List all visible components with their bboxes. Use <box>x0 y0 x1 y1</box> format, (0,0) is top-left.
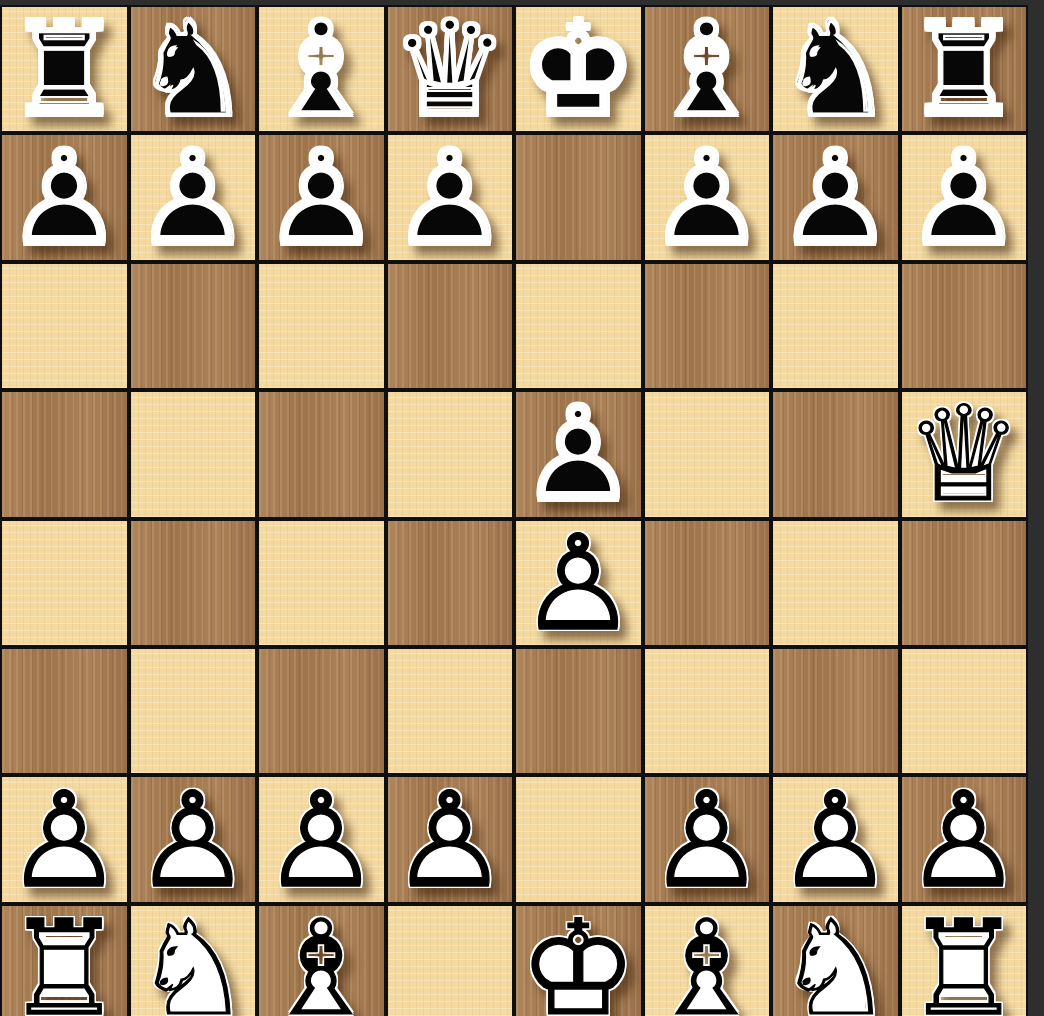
square-d4[interactable] <box>386 519 515 647</box>
piece-black-rook[interactable]: ♜♖ <box>902 7 1027 131</box>
piece-white-pawn[interactable]: ♟♙ <box>902 777 1027 901</box>
square-d3[interactable] <box>386 647 515 775</box>
square-e8[interactable]: ♚♔ <box>514 5 643 133</box>
square-b3[interactable] <box>129 647 258 775</box>
piece-black-queen[interactable]: ♛♕ <box>388 7 513 131</box>
square-e3[interactable] <box>514 647 643 775</box>
white-pawn-detail-icon: ♙ <box>131 777 256 901</box>
square-c3[interactable] <box>257 647 386 775</box>
square-f5[interactable] <box>643 390 772 518</box>
white-pawn-detail-icon: ♙ <box>902 777 1027 901</box>
white-rook-detail-icon: ♖ <box>902 906 1027 1016</box>
square-d5[interactable] <box>386 390 515 518</box>
black-queen-detail-icon: ♕ <box>388 7 513 131</box>
piece-white-queen[interactable]: ♛♕ <box>902 392 1027 516</box>
square-e2[interactable] <box>514 775 643 903</box>
piece-white-rook[interactable]: ♜♖ <box>2 906 127 1016</box>
piece-black-bishop[interactable]: ♝♗ <box>259 7 384 131</box>
black-pawn-detail-icon: ♙ <box>259 135 384 259</box>
black-pawn-detail-icon: ♙ <box>388 135 513 259</box>
square-a2[interactable]: ♟♙ <box>0 775 129 903</box>
square-h4[interactable] <box>900 519 1029 647</box>
white-pawn-detail-icon: ♙ <box>516 521 641 645</box>
white-king-detail-icon: ♔ <box>516 906 641 1016</box>
piece-black-pawn[interactable]: ♟♙ <box>388 135 513 259</box>
square-g6[interactable] <box>771 262 900 390</box>
square-h7[interactable]: ♟♙ <box>900 133 1029 261</box>
square-b5[interactable] <box>129 390 258 518</box>
piece-white-pawn[interactable]: ♟♙ <box>259 777 384 901</box>
square-c4[interactable] <box>257 519 386 647</box>
square-a7[interactable]: ♟♙ <box>0 133 129 261</box>
square-f4[interactable] <box>643 519 772 647</box>
square-h5[interactable]: ♛♕ <box>900 390 1029 518</box>
square-c5[interactable] <box>257 390 386 518</box>
square-g4[interactable] <box>771 519 900 647</box>
piece-black-pawn[interactable]: ♟♙ <box>773 135 898 259</box>
chess-board: ♜♖♞♘♝♗♛♕♚♔♝♗♞♘♜♖♟♙♟♙♟♙♟♙♟♙♟♙♟♙♟♙♛♕♟♙♟♙♟♙… <box>0 5 1028 1016</box>
square-e7[interactable] <box>514 133 643 261</box>
piece-black-pawn[interactable]: ♟♙ <box>645 135 770 259</box>
square-e1[interactable]: ♚♔ <box>514 904 643 1016</box>
square-b8[interactable]: ♞♘ <box>129 5 258 133</box>
square-g1[interactable]: ♞♘ <box>771 904 900 1016</box>
piece-white-king[interactable]: ♚♔ <box>516 906 641 1016</box>
piece-black-king[interactable]: ♚♔ <box>516 7 641 131</box>
square-a8[interactable]: ♜♖ <box>0 5 129 133</box>
square-g3[interactable] <box>771 647 900 775</box>
piece-black-knight[interactable]: ♞♘ <box>773 7 898 131</box>
piece-black-pawn[interactable]: ♟♙ <box>2 135 127 259</box>
piece-white-rook[interactable]: ♜♖ <box>902 906 1027 1016</box>
piece-black-pawn[interactable]: ♟♙ <box>131 135 256 259</box>
white-knight-detail-icon: ♘ <box>773 906 898 1016</box>
square-h6[interactable] <box>900 262 1029 390</box>
piece-white-pawn[interactable]: ♟♙ <box>773 777 898 901</box>
piece-white-pawn[interactable]: ♟♙ <box>131 777 256 901</box>
piece-white-pawn[interactable]: ♟♙ <box>2 777 127 901</box>
piece-white-pawn[interactable]: ♟♙ <box>388 777 513 901</box>
white-pawn-detail-icon: ♙ <box>2 777 127 901</box>
piece-black-pawn[interactable]: ♟♙ <box>516 392 641 516</box>
piece-white-knight[interactable]: ♞♘ <box>131 906 256 1016</box>
square-c7[interactable]: ♟♙ <box>257 133 386 261</box>
chess-app-frame: ♜♖♞♘♝♗♛♕♚♔♝♗♞♘♜♖♟♙♟♙♟♙♟♙♟♙♟♙♟♙♟♙♛♕♟♙♟♙♟♙… <box>0 0 1044 1016</box>
piece-black-pawn[interactable]: ♟♙ <box>259 135 384 259</box>
black-pawn-detail-icon: ♙ <box>131 135 256 259</box>
square-c2[interactable]: ♟♙ <box>257 775 386 903</box>
square-a4[interactable] <box>0 519 129 647</box>
white-pawn-detail-icon: ♙ <box>773 777 898 901</box>
square-a1[interactable]: ♜♖ <box>0 904 129 1016</box>
square-d6[interactable] <box>386 262 515 390</box>
black-knight-detail-icon: ♘ <box>773 7 898 131</box>
piece-white-bishop[interactable]: ♝♗ <box>645 906 770 1016</box>
square-d1[interactable] <box>386 904 515 1016</box>
piece-white-bishop[interactable]: ♝♗ <box>259 906 384 1016</box>
white-rook-detail-icon: ♖ <box>2 906 127 1016</box>
black-pawn-detail-icon: ♙ <box>516 392 641 516</box>
square-a6[interactable] <box>0 262 129 390</box>
piece-black-pawn[interactable]: ♟♙ <box>902 135 1027 259</box>
square-d2[interactable]: ♟♙ <box>386 775 515 903</box>
piece-black-knight[interactable]: ♞♘ <box>131 7 256 131</box>
piece-white-pawn[interactable]: ♟♙ <box>516 521 641 645</box>
square-f2[interactable]: ♟♙ <box>643 775 772 903</box>
square-b6[interactable] <box>129 262 258 390</box>
black-rook-detail-icon: ♖ <box>2 7 127 131</box>
black-knight-detail-icon: ♘ <box>131 7 256 131</box>
square-e6[interactable] <box>514 262 643 390</box>
square-g5[interactable] <box>771 390 900 518</box>
square-c1[interactable]: ♝♗ <box>257 904 386 1016</box>
square-h2[interactable]: ♟♙ <box>900 775 1029 903</box>
white-bishop-detail-icon: ♗ <box>645 906 770 1016</box>
square-b4[interactable] <box>129 519 258 647</box>
black-pawn-detail-icon: ♙ <box>902 135 1027 259</box>
square-e5[interactable]: ♟♙ <box>514 390 643 518</box>
square-f1[interactable]: ♝♗ <box>643 904 772 1016</box>
square-e4[interactable]: ♟♙ <box>514 519 643 647</box>
square-b2[interactable]: ♟♙ <box>129 775 258 903</box>
square-h1[interactable]: ♜♖ <box>900 904 1029 1016</box>
square-f7[interactable]: ♟♙ <box>643 133 772 261</box>
square-c6[interactable] <box>257 262 386 390</box>
square-d8[interactable]: ♛♕ <box>386 5 515 133</box>
black-pawn-detail-icon: ♙ <box>2 135 127 259</box>
white-pawn-detail-icon: ♙ <box>388 777 513 901</box>
black-bishop-detail-icon: ♗ <box>645 7 770 131</box>
square-g7[interactable]: ♟♙ <box>771 133 900 261</box>
black-rook-detail-icon: ♖ <box>902 7 1027 131</box>
white-knight-detail-icon: ♘ <box>131 906 256 1016</box>
square-f8[interactable]: ♝♗ <box>643 5 772 133</box>
black-bishop-detail-icon: ♗ <box>259 7 384 131</box>
piece-black-rook[interactable]: ♜♖ <box>2 7 127 131</box>
black-king-detail-icon: ♔ <box>516 7 641 131</box>
black-pawn-detail-icon: ♙ <box>773 135 898 259</box>
square-b1[interactable]: ♞♘ <box>129 904 258 1016</box>
square-h8[interactable]: ♜♖ <box>900 5 1029 133</box>
square-a3[interactable] <box>0 647 129 775</box>
piece-white-knight[interactable]: ♞♘ <box>773 906 898 1016</box>
square-d7[interactable]: ♟♙ <box>386 133 515 261</box>
piece-black-bishop[interactable]: ♝♗ <box>645 7 770 131</box>
square-g2[interactable]: ♟♙ <box>771 775 900 903</box>
square-b7[interactable]: ♟♙ <box>129 133 258 261</box>
white-bishop-detail-icon: ♗ <box>259 906 384 1016</box>
square-f6[interactable] <box>643 262 772 390</box>
square-f3[interactable] <box>643 647 772 775</box>
square-c8[interactable]: ♝♗ <box>257 5 386 133</box>
piece-white-pawn[interactable]: ♟♙ <box>645 777 770 901</box>
square-g8[interactable]: ♞♘ <box>771 5 900 133</box>
white-queen-detail-icon: ♕ <box>902 392 1027 516</box>
white-pawn-detail-icon: ♙ <box>259 777 384 901</box>
black-pawn-detail-icon: ♙ <box>645 135 770 259</box>
white-pawn-detail-icon: ♙ <box>645 777 770 901</box>
square-h3[interactable] <box>900 647 1029 775</box>
square-a5[interactable] <box>0 390 129 518</box>
